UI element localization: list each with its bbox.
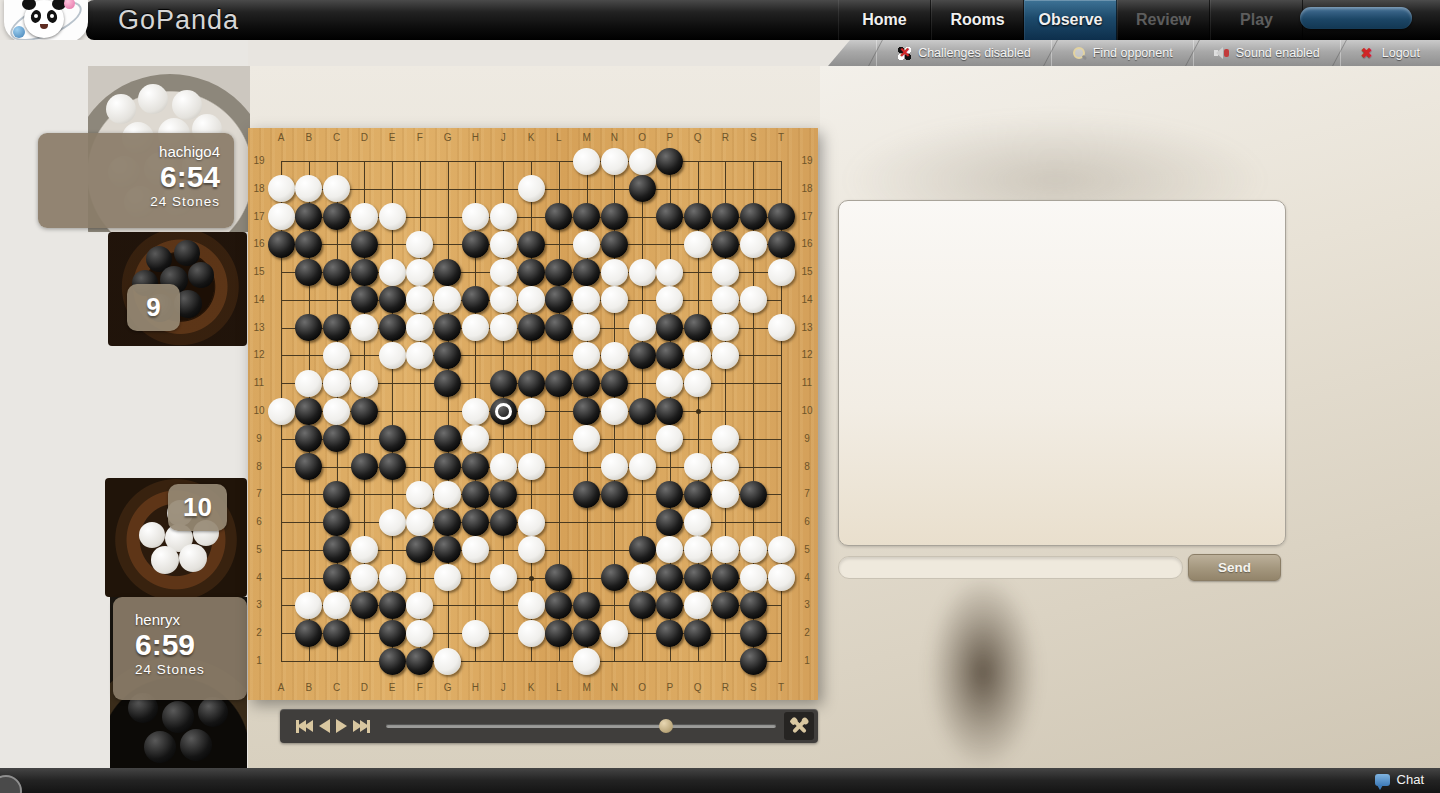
black-player-stones: 24 Stones <box>135 662 247 677</box>
white-player-clock: 6:54 <box>38 160 220 194</box>
white-stone-M1 <box>573 648 600 675</box>
white-stone-N2 <box>601 620 628 647</box>
chat-toggle-label: Chat <box>1397 772 1424 787</box>
white-stone-Q12 <box>684 342 711 369</box>
coord-row-right: 14 <box>799 294 815 305</box>
coord-col-bottom: N <box>606 682 622 693</box>
black-stone-G8 <box>434 453 461 480</box>
black-stone-B15 <box>295 259 322 286</box>
black-stone-G15 <box>434 259 461 286</box>
black-stone-L11 <box>545 370 572 397</box>
coord-row-right: 10 <box>799 405 815 416</box>
white-stone-J14 <box>490 286 517 313</box>
white-stone-R13 <box>712 314 739 341</box>
white-stone-S5 <box>740 536 767 563</box>
coord-col-bottom: K <box>523 682 539 693</box>
white-stone-O8 <box>629 453 656 480</box>
white-stone-O4 <box>629 564 656 591</box>
coord-col-bottom: P <box>662 682 678 693</box>
secondary-item-label: Logout <box>1382 46 1420 60</box>
black-stone-D3 <box>351 592 378 619</box>
coord-row-left: 8 <box>251 461 267 472</box>
black-stone-S2 <box>740 620 767 647</box>
app-title: GoPanda <box>118 5 338 37</box>
slider-track[interactable] <box>386 724 776 728</box>
coord-row-left: 9 <box>251 433 267 444</box>
black-stone-E14 <box>379 286 406 313</box>
black-stone-C6 <box>323 509 350 536</box>
bowl-stone <box>180 729 212 761</box>
black-stone-B16 <box>295 231 322 258</box>
white-stone-A18 <box>268 175 295 202</box>
coord-col-bottom: D <box>356 682 372 693</box>
coord-row-right: 18 <box>799 183 815 194</box>
white-stone-K6 <box>518 509 545 536</box>
black-stone-C13 <box>323 314 350 341</box>
bowl-stone <box>144 731 176 763</box>
white-stone-O15 <box>629 259 656 286</box>
coord-row-left: 11 <box>251 377 267 388</box>
settings-wrench-icon[interactable] <box>784 712 814 740</box>
coord-col-top: L <box>551 132 567 143</box>
white-stone-P11 <box>656 370 683 397</box>
black-stone-E8 <box>379 453 406 480</box>
star-point <box>529 576 534 581</box>
coord-col-top: E <box>384 132 400 143</box>
black-stone-L3 <box>545 592 572 619</box>
coord-col-bottom: J <box>495 682 511 693</box>
white-stone-T5 <box>768 536 795 563</box>
coord-col-top: S <box>745 132 761 143</box>
black-stone-H6 <box>462 509 489 536</box>
white-stone-F16 <box>406 231 433 258</box>
secondary-item-label: Find opponent <box>1093 46 1173 60</box>
coord-row-right: 15 <box>799 266 815 277</box>
black-stone-A16 <box>268 231 295 258</box>
coord-row-left: 10 <box>251 405 267 416</box>
black-stone-E1 <box>379 648 406 675</box>
next-move-button[interactable] <box>336 719 347 733</box>
coord-col-top: D <box>356 132 372 143</box>
coord-col-top: P <box>662 132 678 143</box>
white-stone-J15 <box>490 259 517 286</box>
nav-tab-review: Review <box>1117 0 1210 40</box>
chat-bubble-icon <box>1375 774 1390 786</box>
black-player-card: henryx 6:59 24 Stones <box>113 597 247 700</box>
white-stone-K8 <box>518 453 545 480</box>
black-stone-F1 <box>406 648 433 675</box>
white-stone-E15 <box>379 259 406 286</box>
background-photo-shadow <box>928 575 1038 770</box>
black-stone-R17 <box>712 203 739 230</box>
sound-icon <box>1214 46 1229 60</box>
bowl-stone <box>179 544 207 572</box>
white-stone-N15 <box>601 259 628 286</box>
black-stone-N16 <box>601 231 628 258</box>
white-stone-N10 <box>601 398 628 425</box>
black-stone-J11 <box>490 370 517 397</box>
coord-col-bottom: R <box>717 682 733 693</box>
black-stone-S17 <box>740 203 767 230</box>
coord-row-left: 18 <box>251 183 267 194</box>
coord-col-top: J <box>495 132 511 143</box>
white-player-card: hachigo4 6:54 24 Stones <box>38 133 234 228</box>
coord-row-left: 1 <box>251 655 267 666</box>
white-stone-B3 <box>295 592 322 619</box>
black-stone-K15 <box>518 259 545 286</box>
black-stone-L2 <box>545 620 572 647</box>
white-stone-A17 <box>268 203 295 230</box>
coord-row-right: 1 <box>799 655 815 666</box>
black-stone-P7 <box>656 481 683 508</box>
white-stone-K5 <box>518 536 545 563</box>
find-opponent-icon <box>1072 46 1086 60</box>
white-stone-D13 <box>351 314 378 341</box>
coord-col-top: O <box>634 132 650 143</box>
bowl-stone <box>188 262 214 288</box>
white-stone-J16 <box>490 231 517 258</box>
coord-row-right: 6 <box>799 516 815 527</box>
white-stone-R8 <box>712 453 739 480</box>
white-stone-H9 <box>462 425 489 452</box>
coord-row-right: 2 <box>799 627 815 638</box>
white-stone-N14 <box>601 286 628 313</box>
white-stone-S14 <box>740 286 767 313</box>
black-stone-B2 <box>295 620 322 647</box>
coord-col-top: N <box>606 132 622 143</box>
coord-row-right: 13 <box>799 322 815 333</box>
black-stone-C17 <box>323 203 350 230</box>
black-stone-E13 <box>379 314 406 341</box>
black-stone-P10 <box>656 398 683 425</box>
coord-row-right: 12 <box>799 349 815 360</box>
coord-col-top: G <box>440 132 456 143</box>
white-player-name: hachigo4 <box>38 143 220 160</box>
coord-col-bottom: H <box>467 682 483 693</box>
white-stone-Q3 <box>684 592 711 619</box>
white-stone-K14 <box>518 286 545 313</box>
coord-row-left: 13 <box>251 322 267 333</box>
move-slider[interactable] <box>386 718 776 734</box>
coord-col-top: F <box>412 132 428 143</box>
black-stone-Q7 <box>684 481 711 508</box>
white-capture-badge: 9 <box>127 284 180 331</box>
secondary-item-sound[interactable]: Sound enabled <box>1193 40 1340 66</box>
white-stone-J17 <box>490 203 517 230</box>
nav-tabs: HomeRoomsObserveReviewPlay <box>838 0 1303 40</box>
go-to-end-button[interactable] <box>353 720 370 733</box>
white-stone-C12 <box>323 342 350 369</box>
white-stone-J8 <box>490 453 517 480</box>
nav-tab-rooms[interactable]: Rooms <box>931 0 1024 40</box>
black-stone-C2 <box>323 620 350 647</box>
black-stone-K11 <box>518 370 545 397</box>
coord-col-bottom: S <box>745 682 761 693</box>
white-stone-P15 <box>656 259 683 286</box>
black-stone-N17 <box>601 203 628 230</box>
nav-status-pill[interactable] <box>1300 7 1412 29</box>
coord-col-bottom: A <box>273 682 289 693</box>
black-stone-P2 <box>656 620 683 647</box>
black-stone-N4 <box>601 564 628 591</box>
white-stone-Q11 <box>684 370 711 397</box>
black-stone-O10 <box>629 398 656 425</box>
white-stone-T4 <box>768 564 795 591</box>
go-to-start-button[interactable] <box>296 720 313 733</box>
white-stone-E6 <box>379 509 406 536</box>
coord-col-top: M <box>579 132 595 143</box>
white-stone-S16 <box>740 231 767 258</box>
white-stone-H10 <box>462 398 489 425</box>
bowl-stone <box>106 94 136 124</box>
white-stone-F6 <box>406 509 433 536</box>
black-stone-B10 <box>295 398 322 425</box>
white-stone-F7 <box>406 481 433 508</box>
white-stone-R7 <box>712 481 739 508</box>
coord-row-right: 9 <box>799 433 815 444</box>
white-stone-D11 <box>351 370 378 397</box>
black-stone-G11 <box>434 370 461 397</box>
coord-row-left: 14 <box>251 294 267 305</box>
coord-col-bottom: F <box>412 682 428 693</box>
black-stone-Q2 <box>684 620 711 647</box>
black-stone-R4 <box>712 564 739 591</box>
coord-row-right: 5 <box>799 544 815 555</box>
white-stone-H13 <box>462 314 489 341</box>
white-stone-F15 <box>406 259 433 286</box>
white-stone-N19 <box>601 148 628 175</box>
white-stone-E4 <box>379 564 406 591</box>
bowl-stone <box>138 84 168 114</box>
bowl-stone <box>162 701 194 733</box>
white-stone-K18 <box>518 175 545 202</box>
coord-col-top: T <box>773 132 789 143</box>
bowl-stone <box>172 90 202 120</box>
black-stone-D16 <box>351 231 378 258</box>
white-stone-G1 <box>434 648 461 675</box>
coord-col-bottom: M <box>579 682 595 693</box>
black-stone-T16 <box>768 231 795 258</box>
coord-row-left: 15 <box>251 266 267 277</box>
black-stone-T17 <box>768 203 795 230</box>
white-stone-O19 <box>629 148 656 175</box>
coord-col-bottom: O <box>634 682 650 693</box>
white-stone-A10 <box>268 398 295 425</box>
secondary-item-logout[interactable]: ✖Logout <box>1340 40 1440 66</box>
bowl-stone <box>198 697 228 727</box>
white-stone-H17 <box>462 203 489 230</box>
black-stone-J6 <box>490 509 517 536</box>
secondary-toolbar: Challenges disabledFind opponentSound en… <box>828 40 1440 66</box>
coord-row-right: 4 <box>799 572 815 583</box>
bottom-status-bar: Chat <box>0 768 1440 793</box>
go-board[interactable]: AABBCCDDEEFFGGHHJJKKLLMMNNOOPPQQRRSSTT19… <box>248 128 818 700</box>
white-stone-D5 <box>351 536 378 563</box>
black-stone-H8 <box>462 453 489 480</box>
white-stone-M12 <box>573 342 600 369</box>
star-point <box>696 409 701 414</box>
black-stone-P6 <box>656 509 683 536</box>
white-stone-E17 <box>379 203 406 230</box>
white-stone-O13 <box>629 314 656 341</box>
black-stone-D14 <box>351 286 378 313</box>
coord-col-top: H <box>467 132 483 143</box>
coord-row-left: 16 <box>251 238 267 249</box>
challenges-icon <box>897 46 911 60</box>
coord-row-left: 17 <box>251 211 267 222</box>
white-player-stones: 24 Stones <box>38 194 220 209</box>
bowl-stone <box>139 522 165 548</box>
black-player-clock: 6:59 <box>135 628 247 662</box>
black-stone-D15 <box>351 259 378 286</box>
coord-col-top: R <box>717 132 733 143</box>
coord-row-left: 3 <box>251 599 267 610</box>
black-stone-O3 <box>629 592 656 619</box>
black-stone-C7 <box>323 481 350 508</box>
black-stone-M10 <box>573 398 600 425</box>
black-player-name: henryx <box>135 611 247 628</box>
black-stone-R3 <box>712 592 739 619</box>
black-stone-S1 <box>740 648 767 675</box>
coord-row-right: 11 <box>799 377 815 388</box>
white-stone-D17 <box>351 203 378 230</box>
black-stone-H7 <box>462 481 489 508</box>
white-stone-Q6 <box>684 509 711 536</box>
chat-log-panel <box>838 200 1286 546</box>
coord-row-left: 7 <box>251 488 267 499</box>
white-stone-K3 <box>518 592 545 619</box>
coord-row-left: 6 <box>251 516 267 527</box>
coord-col-top: Q <box>690 132 706 143</box>
white-stone-J4 <box>490 564 517 591</box>
black-stone-J10 <box>490 398 517 425</box>
black-stone-M15 <box>573 259 600 286</box>
white-stone-C10 <box>323 398 350 425</box>
white-stone-R15 <box>712 259 739 286</box>
white-stone-K2 <box>518 620 545 647</box>
black-stone-H16 <box>462 231 489 258</box>
bowl-stone <box>151 546 179 574</box>
black-stone-E2 <box>379 620 406 647</box>
black-stone-N7 <box>601 481 628 508</box>
coord-row-right: 17 <box>799 211 815 222</box>
white-stone-C11 <box>323 370 350 397</box>
coord-row-right: 8 <box>799 461 815 472</box>
white-stone-Q8 <box>684 453 711 480</box>
coord-col-top: C <box>329 132 345 143</box>
coord-row-left: 4 <box>251 572 267 583</box>
black-stone-M17 <box>573 203 600 230</box>
slider-knob[interactable] <box>659 719 673 733</box>
black-stone-M11 <box>573 370 600 397</box>
playback-toolbar <box>280 709 818 743</box>
nav-tab-observe[interactable]: Observe <box>1024 0 1117 40</box>
black-stone-Q17 <box>684 203 711 230</box>
coord-col-bottom: B <box>301 682 317 693</box>
white-stone-T13 <box>768 314 795 341</box>
black-stone-E3 <box>379 592 406 619</box>
white-stone-R9 <box>712 425 739 452</box>
black-stone-E9 <box>379 425 406 452</box>
coord-col-top: B <box>301 132 317 143</box>
secondary-item-challenges[interactable]: Challenges disabled <box>876 40 1051 66</box>
black-stone-C4 <box>323 564 350 591</box>
white-stone-F2 <box>406 620 433 647</box>
black-stone-G6 <box>434 509 461 536</box>
coord-row-right: 3 <box>799 599 815 610</box>
white-stone-N8 <box>601 453 628 480</box>
coord-row-left: 2 <box>251 627 267 638</box>
coord-col-top: K <box>523 132 539 143</box>
white-stone-K10 <box>518 398 545 425</box>
chat-input[interactable] <box>838 556 1183 579</box>
nav-tab-home[interactable]: Home <box>838 0 931 40</box>
logout-icon: ✖ <box>1361 46 1375 60</box>
coord-col-bottom: G <box>440 682 456 693</box>
send-button[interactable]: Send <box>1188 554 1281 581</box>
coord-row-left: 12 <box>251 349 267 360</box>
previous-move-button[interactable] <box>319 719 330 733</box>
white-stone-C3 <box>323 592 350 619</box>
white-stone-M19 <box>573 148 600 175</box>
black-stone-M2 <box>573 620 600 647</box>
white-stone-G7 <box>434 481 461 508</box>
white-stone-R12 <box>712 342 739 369</box>
black-stone-P19 <box>656 148 683 175</box>
coord-col-top: A <box>273 132 289 143</box>
coord-col-bottom: L <box>551 682 567 693</box>
coord-row-right: 19 <box>799 155 815 166</box>
coord-row-left: 5 <box>251 544 267 555</box>
black-stone-G12 <box>434 342 461 369</box>
white-stone-N12 <box>601 342 628 369</box>
white-stone-M13 <box>573 314 600 341</box>
black-stone-D10 <box>351 398 378 425</box>
black-stone-O18 <box>629 175 656 202</box>
black-capture-badge: 10 <box>168 484 227 531</box>
black-stone-M3 <box>573 592 600 619</box>
chat-toggle[interactable]: Chat <box>1375 772 1424 787</box>
nav-tab-play: Play <box>1210 0 1303 40</box>
white-stone-Q16 <box>684 231 711 258</box>
white-stone-B11 <box>295 370 322 397</box>
coord-col-bottom: C <box>329 682 345 693</box>
coord-row-right: 7 <box>799 488 815 499</box>
coord-col-bottom: T <box>773 682 789 693</box>
white-stone-J13 <box>490 314 517 341</box>
coord-col-bottom: Q <box>690 682 706 693</box>
black-stone-L15 <box>545 259 572 286</box>
black-stone-S7 <box>740 481 767 508</box>
black-stone-J7 <box>490 481 517 508</box>
white-stone-T15 <box>768 259 795 286</box>
white-stone-H2 <box>462 620 489 647</box>
secondary-item-label: Challenges disabled <box>918 46 1031 60</box>
secondary-item-label: Sound enabled <box>1236 46 1320 60</box>
black-stone-C15 <box>323 259 350 286</box>
black-stone-K16 <box>518 231 545 258</box>
black-stone-D8 <box>351 453 378 480</box>
coord-row-left: 19 <box>251 155 267 166</box>
secondary-item-find-opponent[interactable]: Find opponent <box>1051 40 1193 66</box>
white-stone-D4 <box>351 564 378 591</box>
white-stone-S4 <box>740 564 767 591</box>
coord-row-right: 16 <box>799 238 815 249</box>
white-stone-E12 <box>379 342 406 369</box>
coord-col-bottom: E <box>384 682 400 693</box>
black-stone-S3 <box>740 592 767 619</box>
black-stone-O12 <box>629 342 656 369</box>
